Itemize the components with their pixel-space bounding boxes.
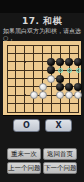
black-stone bbox=[56, 83, 64, 91]
black-stone bbox=[56, 58, 64, 66]
white-stone bbox=[74, 91, 82, 99]
grid-line-v bbox=[78, 45, 79, 113]
answer-o-button[interactable]: O bbox=[13, 119, 40, 132]
liberty-mark bbox=[76, 68, 81, 73]
black-stone bbox=[65, 58, 73, 66]
black-stone bbox=[56, 75, 64, 83]
star-point bbox=[42, 78, 44, 80]
star-point bbox=[24, 61, 26, 63]
grid-line-h bbox=[7, 112, 79, 113]
home-button[interactable]: 返回首页 bbox=[43, 148, 77, 160]
black-stone bbox=[47, 66, 55, 74]
status-bar bbox=[0, 0, 84, 13]
prev-question-button[interactable]: 上一个问题 bbox=[7, 162, 41, 174]
liberty-mark bbox=[67, 68, 72, 73]
white-stone bbox=[56, 91, 64, 99]
star-point bbox=[24, 94, 26, 96]
instruction-line-1: 如果黑白双方为和棋，请点选○， bbox=[3, 27, 82, 41]
white-stone bbox=[65, 91, 73, 99]
white-stone bbox=[39, 83, 47, 91]
white-stone bbox=[47, 75, 55, 83]
white-stone bbox=[30, 91, 38, 99]
retry-button[interactable]: 重来一次 bbox=[7, 148, 41, 160]
black-stone bbox=[47, 58, 55, 66]
app-screen: 17. 和棋 如果黑白双方为和棋，请点选○， 否则请点选×。 O X 重来一次 … bbox=[0, 0, 84, 182]
black-stone bbox=[74, 83, 82, 91]
black-stone bbox=[74, 58, 82, 66]
next-question-button[interactable]: 下一个问题 bbox=[43, 162, 77, 174]
black-stone bbox=[65, 83, 73, 91]
grid-line-v bbox=[69, 45, 70, 113]
liberty-mark bbox=[58, 68, 63, 73]
white-stone bbox=[39, 91, 47, 99]
go-board bbox=[3, 41, 81, 115]
answer-x-button[interactable]: X bbox=[45, 119, 72, 132]
